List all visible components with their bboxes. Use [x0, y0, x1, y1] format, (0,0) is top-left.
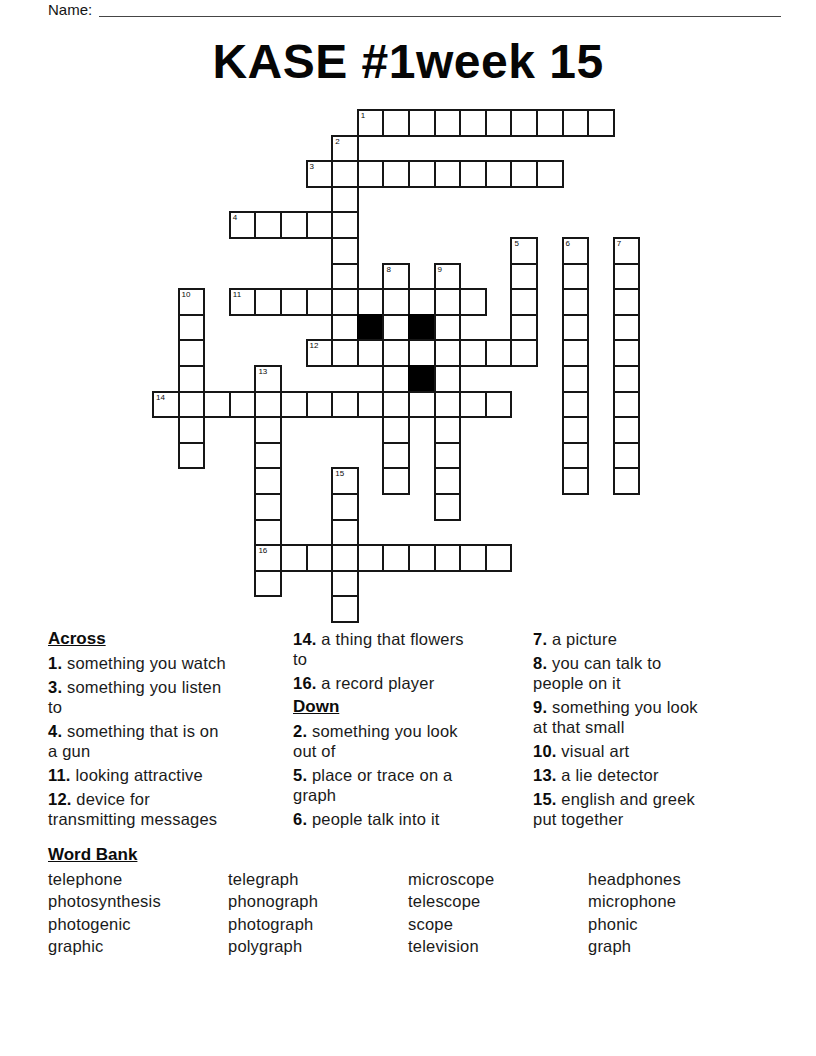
word-bank-heading: Word Bank [48, 844, 768, 865]
grid-cell[interactable] [459, 288, 487, 316]
clue-number-label: 7. [533, 630, 547, 648]
clue-number: 10 [182, 290, 191, 299]
grid-cell[interactable] [254, 211, 282, 239]
grid-cell[interactable] [485, 339, 513, 367]
grid-cell[interactable] [510, 339, 538, 367]
grid-cell[interactable] [306, 391, 334, 419]
grid-cell[interactable]: 10 [178, 288, 206, 316]
name-blank-line[interactable] [99, 0, 781, 17]
clue-column-2: 14. a thing that flowersto16. a record p… [293, 629, 533, 833]
grid-cell[interactable] [408, 391, 436, 419]
grid-cell[interactable] [613, 339, 641, 367]
grid-cell[interactable] [613, 416, 641, 444]
clue-number-label: 14. [293, 630, 317, 648]
grid-cell[interactable] [510, 263, 538, 291]
grid-cell[interactable] [331, 314, 359, 342]
grid-cell[interactable] [382, 365, 410, 393]
grid-cell[interactable]: 16 [254, 544, 282, 572]
grid-cell[interactable] [459, 109, 487, 137]
grid-cell[interactable] [382, 314, 410, 342]
grid-cell[interactable] [357, 339, 385, 367]
grid-cell[interactable]: 3 [306, 160, 334, 188]
grid-cell[interactable] [382, 467, 410, 495]
grid-cell[interactable] [254, 570, 282, 598]
grid-cell[interactable] [178, 339, 206, 367]
clue-number-label: 8. [533, 654, 547, 672]
grid-cell[interactable] [254, 442, 282, 470]
grid-cell[interactable] [254, 467, 282, 495]
clue: 14. a thing that flowersto [293, 629, 533, 670]
grid-cell[interactable] [331, 186, 359, 214]
black-cell [408, 314, 436, 342]
grid-cell[interactable] [510, 109, 538, 137]
grid-cell[interactable] [382, 288, 410, 316]
grid-cell[interactable] [485, 391, 513, 419]
grid-cell[interactable] [280, 391, 308, 419]
grid-cell[interactable] [280, 544, 308, 572]
grid-cell[interactable] [613, 288, 641, 316]
clue-number-label: 12. [48, 790, 72, 808]
grid-cell[interactable] [613, 314, 641, 342]
clue-number: 15 [335, 469, 344, 478]
grid-cell[interactable] [562, 467, 590, 495]
clue-number: 11 [233, 290, 241, 299]
clue-number-label: 16. [293, 674, 317, 692]
grid-cell[interactable] [357, 288, 385, 316]
grid-cell[interactable] [254, 391, 282, 419]
word-bank-word: telegraph [228, 868, 408, 890]
clue-number: 6 [566, 239, 570, 248]
grid-cell[interactable] [331, 211, 359, 239]
grid-cell[interactable] [357, 391, 385, 419]
grid-cell[interactable] [613, 263, 641, 291]
grid-cell[interactable] [562, 263, 590, 291]
clue-number: 12 [310, 341, 319, 350]
clue-number-label: 13. [533, 766, 557, 784]
grid-cell[interactable] [331, 160, 359, 188]
grid-cell[interactable] [331, 263, 359, 291]
grid-cell[interactable] [408, 339, 436, 367]
grid-cell[interactable] [331, 544, 359, 572]
grid-cell[interactable] [434, 416, 462, 444]
clue: 5. place or trace on agraph [293, 765, 533, 806]
clue-column-1: Across1. something you watch3. something… [48, 629, 293, 833]
clue-number-label: 10. [533, 742, 557, 760]
clues-section: Across1. something you watch3. something… [48, 629, 768, 833]
grid-cell[interactable] [536, 109, 564, 137]
clue-number: 5 [514, 239, 518, 248]
clue: 6. people talk into it [293, 809, 533, 829]
clue-number-label: 4. [48, 722, 62, 740]
grid-cell[interactable] [331, 570, 359, 598]
grid-cell[interactable] [331, 493, 359, 521]
grid-cell[interactable] [434, 442, 462, 470]
grid-cell[interactable] [434, 365, 462, 393]
grid-cell[interactable]: 6 [562, 237, 590, 265]
name-label: Name: [48, 1, 92, 18]
grid-cell[interactable] [382, 544, 410, 572]
clue-number: 16 [258, 546, 267, 555]
clue-number: 13 [258, 367, 267, 376]
clue: 16. a record player [293, 673, 533, 693]
grid-cell[interactable]: 2 [331, 135, 359, 163]
grid-cell[interactable]: 15 [331, 467, 359, 495]
word-bank: Word Bank telephonephotosynthesisphotoge… [48, 844, 768, 957]
grid-cell[interactable] [408, 288, 436, 316]
clue: 10. visual art [533, 741, 768, 761]
grid-cell[interactable] [254, 519, 282, 547]
grid-cell[interactable] [306, 544, 334, 572]
grid-cell[interactable] [178, 314, 206, 342]
word-bank-word: telephone [48, 868, 228, 890]
clue: 2. something you lookout of [293, 721, 533, 762]
grid-cell[interactable] [254, 416, 282, 444]
grid-cell[interactable] [408, 109, 436, 137]
word-bank-column-4: headphonesmicrophonephonicgraph [588, 868, 768, 957]
clue-number: 7 [617, 239, 621, 248]
grid-cell[interactable] [587, 109, 615, 137]
grid-cell[interactable]: 13 [254, 365, 282, 393]
grid-cell[interactable] [459, 544, 487, 572]
grid-cell[interactable] [382, 160, 410, 188]
grid-cell[interactable] [178, 416, 206, 444]
word-bank-word: graphic [48, 935, 228, 957]
grid-cell[interactable] [510, 160, 538, 188]
word-bank-column-2: telegraphphonographphotographpolygraph [228, 868, 408, 957]
grid-cell[interactable]: 12 [306, 339, 334, 367]
word-bank-word: photograph [228, 913, 408, 935]
grid-cell[interactable] [434, 467, 462, 495]
clue-number: 8 [386, 265, 390, 274]
grid-cell[interactable] [357, 544, 385, 572]
word-bank-word: graph [588, 935, 768, 957]
clue: 1. something you watch [48, 653, 293, 673]
word-bank-column-3: microscopetelescopescopetelevision [408, 868, 588, 957]
word-bank-word: phonic [588, 913, 768, 935]
grid-cell[interactable] [613, 467, 641, 495]
grid-cell[interactable] [331, 391, 359, 419]
clue: 9. something you lookat that small [533, 697, 768, 738]
clue-number-label: 15. [533, 790, 557, 808]
grid-cell[interactable] [434, 544, 462, 572]
grid-cell[interactable] [382, 391, 410, 419]
grid-cell[interactable] [613, 442, 641, 470]
word-bank-word: microphone [588, 890, 768, 912]
word-bank-word: telescope [408, 890, 588, 912]
word-bank-word: photogenic [48, 913, 228, 935]
grid-cell[interactable]: 11 [229, 288, 257, 316]
grid-cell[interactable] [434, 288, 462, 316]
clue: 11. looking attractive [48, 765, 293, 785]
clue-number: 3 [310, 162, 314, 171]
grid-cell[interactable] [331, 237, 359, 265]
grid-cell[interactable] [434, 391, 462, 419]
grid-cell[interactable] [229, 391, 257, 419]
grid-cell[interactable] [280, 288, 308, 316]
grid-cell[interactable] [254, 493, 282, 521]
clue-number: 1 [361, 111, 365, 120]
grid-cell[interactable] [203, 391, 231, 419]
grid-cell[interactable] [382, 416, 410, 444]
grid-cell[interactable] [178, 365, 206, 393]
clue-number-label: 5. [293, 766, 307, 784]
grid-cell[interactable] [331, 595, 359, 623]
grid-cell[interactable] [434, 493, 462, 521]
clue-number-label: 11. [48, 766, 71, 784]
grid-cell[interactable] [562, 314, 590, 342]
grid-cell[interactable] [331, 288, 359, 316]
clue: 13. a lie detector [533, 765, 768, 785]
grid-cell[interactable]: 1 [357, 109, 385, 137]
clue: 4. something that is ona gun [48, 721, 293, 762]
grid-cell[interactable]: 14 [152, 391, 180, 419]
word-bank-word: scope [408, 913, 588, 935]
grid-cell[interactable] [459, 339, 487, 367]
clue: 3. something you listento [48, 677, 293, 718]
word-bank-word: polygraph [228, 935, 408, 957]
clue-number-label: 2. [293, 722, 307, 740]
word-bank-word: microscope [408, 868, 588, 890]
clue-number-label: 6. [293, 810, 307, 828]
clue-column-3: 7. a picture8. you can talk topeople on … [533, 629, 768, 833]
black-cell [408, 365, 436, 393]
grid-cell[interactable] [434, 339, 462, 367]
grid-cell[interactable]: 9 [434, 263, 462, 291]
word-bank-word: headphones [588, 868, 768, 890]
grid-cell[interactable] [562, 339, 590, 367]
grid-cell[interactable] [485, 109, 513, 137]
grid-cell[interactable] [382, 339, 410, 367]
grid-cell[interactable] [382, 109, 410, 137]
clue-number: 4 [233, 213, 237, 222]
crossword-grid: 12345678910111213141516 [152, 109, 641, 624]
grid-cell[interactable] [562, 288, 590, 316]
grid-cell[interactable] [459, 391, 487, 419]
grid-cell[interactable] [306, 211, 334, 239]
grid-cell[interactable]: 4 [229, 211, 257, 239]
grid-cell[interactable] [485, 160, 513, 188]
clue: 12. device fortransmitting messages [48, 789, 293, 830]
grid-cell[interactable] [331, 519, 359, 547]
grid-cell[interactable] [536, 160, 564, 188]
grid-cell[interactable] [434, 160, 462, 188]
grid-cell[interactable] [382, 442, 410, 470]
grid-cell[interactable] [357, 160, 385, 188]
grid-cell[interactable]: 5 [510, 237, 538, 265]
grid-cell[interactable] [562, 442, 590, 470]
grid-cell[interactable] [613, 391, 641, 419]
clue: 15. english and greekput together [533, 789, 768, 830]
clue-number-label: 3. [48, 678, 62, 696]
grid-cell[interactable] [254, 288, 282, 316]
grid-cell[interactable] [510, 288, 538, 316]
grid-cell[interactable] [331, 339, 359, 367]
grid-cell[interactable] [306, 288, 334, 316]
clue-number: 9 [438, 265, 442, 274]
clue-number-label: 1. [48, 654, 62, 672]
clue-number-label: 9. [533, 698, 547, 716]
grid-cell[interactable] [562, 391, 590, 419]
grid-cell[interactable] [434, 109, 462, 137]
grid-cell[interactable] [562, 365, 590, 393]
grid-cell[interactable] [485, 544, 513, 572]
worksheet-title: KASE #1week 15 [0, 34, 816, 89]
word-bank-word: photosynthesis [48, 890, 228, 912]
word-bank-word: television [408, 935, 588, 957]
clue-list-heading: Across [48, 629, 293, 649]
grid-cell[interactable] [280, 211, 308, 239]
clue-number: 2 [335, 137, 339, 146]
clue-number: 14 [156, 393, 165, 402]
grid-cell[interactable] [459, 160, 487, 188]
grid-cell[interactable]: 8 [382, 263, 410, 291]
word-bank-column-1: telephonephotosynthesisphotogenicgraphic [48, 868, 228, 957]
grid-cell[interactable] [562, 416, 590, 444]
grid-cell[interactable] [178, 391, 206, 419]
black-cell [357, 314, 385, 342]
clue: 8. you can talk topeople on it [533, 653, 768, 694]
grid-cell[interactable] [178, 442, 206, 470]
clue: 7. a picture [533, 629, 768, 649]
word-bank-columns: telephonephotosynthesisphotogenicgraphic… [48, 868, 768, 957]
grid-cell[interactable] [434, 314, 462, 342]
grid-cell[interactable] [562, 109, 590, 137]
grid-cell[interactable] [613, 365, 641, 393]
clue-list-heading: Down [293, 697, 533, 717]
word-bank-word: phonograph [228, 890, 408, 912]
grid-cell[interactable]: 7 [613, 237, 641, 265]
grid-cell[interactable] [510, 314, 538, 342]
grid-cell[interactable] [408, 544, 436, 572]
grid-cell[interactable] [408, 160, 436, 188]
